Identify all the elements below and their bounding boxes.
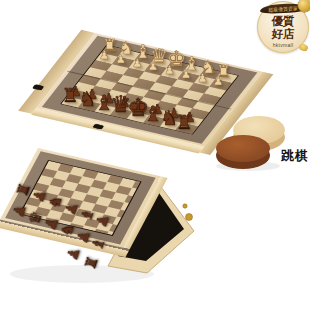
brass-hinge-pin — [186, 214, 193, 221]
chess-piece-r: ♜ — [101, 38, 118, 55]
gold-coin-icon — [298, 0, 310, 12]
badge-title-line2: 好店 — [257, 28, 309, 41]
quality-shop-badge: 超級優質賣家 優質 好店 hktvmall — [257, 1, 309, 53]
badge-title-line1: 優質 — [257, 15, 309, 28]
badge-ribbon-text: 超級優質賣家 — [268, 5, 298, 13]
disc-top — [216, 135, 270, 162]
checkers-disc-walnut — [216, 135, 270, 169]
checkers-label: 跳棋 — [281, 147, 309, 165]
product-photo-scene: ♜♞♝♛♚♝♞♜♟♟♟♟♟♟♟♟♟♟♟♟♟♟♟♟♜♞♝♛♚♝♞♜ ♜♟♞♟♝♟♟… — [0, 0, 310, 310]
brass-hinge-pin — [183, 204, 187, 208]
